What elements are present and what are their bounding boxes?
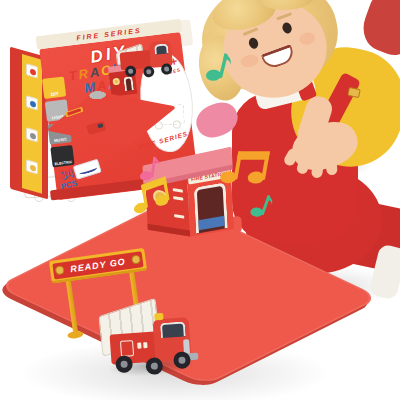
truck-marking [143,342,147,348]
banner-emblem [55,265,65,275]
station-window-dash [173,196,183,201]
truck-beacon-light [154,313,163,321]
product-photo-scene: FIRE SERIES DIY LIGHT MUSIC ELECTRIC 34 … [0,0,400,400]
fire-truck[interactable] [93,292,203,387]
truck-windshield [160,321,186,338]
station-ramp [198,216,224,231]
truck-marking [137,342,141,348]
gantry-foot-left [67,330,84,339]
gantry-post-left [66,278,79,334]
banner-emblem [131,254,141,264]
station-garage-door [194,182,228,234]
station-window-dash [173,188,183,193]
ready-go-text: READY GO [70,257,127,275]
station-window-dash [174,214,184,219]
truck-door [120,340,134,357]
